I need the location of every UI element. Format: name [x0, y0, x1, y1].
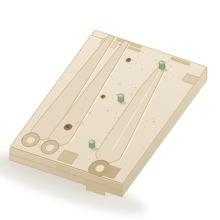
product-photo: 40 [0, 0, 220, 220]
mold-illustration: 40 [0, 0, 220, 220]
